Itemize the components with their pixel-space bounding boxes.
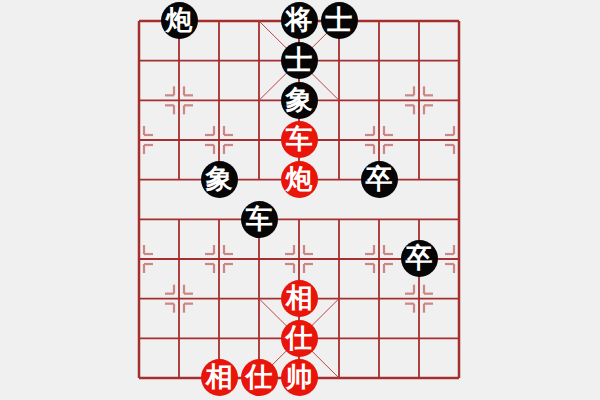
piece-black-chariot[interactable]: 车	[241, 201, 278, 238]
xiangqi-app: 炮将士士象车象炮卒车卒相仕相仕帅	[0, 0, 600, 400]
piece-black-advisor[interactable]: 士	[321, 2, 358, 39]
piece-black-cannon[interactable]: 炮	[161, 2, 198, 39]
piece-red-chariot[interactable]: 车	[281, 121, 318, 158]
piece-red-advisor[interactable]: 仕	[241, 359, 278, 396]
piece-black-soldier[interactable]: 卒	[401, 240, 438, 277]
piece-red-cannon[interactable]: 炮	[281, 161, 318, 198]
piece-black-elephant[interactable]: 象	[201, 161, 238, 198]
piece-red-general[interactable]: 帅	[281, 359, 318, 396]
piece-red-advisor[interactable]: 仕	[281, 320, 318, 357]
piece-red-elephant[interactable]: 相	[201, 359, 238, 396]
piece-black-soldier[interactable]: 卒	[361, 161, 398, 198]
piece-red-elephant[interactable]: 相	[281, 280, 318, 317]
piece-black-general[interactable]: 将	[281, 2, 318, 39]
xiangqi-board[interactable]: 炮将士士象车象炮卒车卒相仕相仕帅	[119, 1, 479, 398]
piece-black-advisor[interactable]: 士	[281, 42, 318, 79]
piece-black-elephant[interactable]: 象	[281, 82, 318, 119]
